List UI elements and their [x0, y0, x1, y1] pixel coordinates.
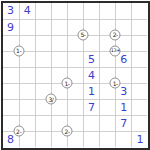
- cell-r6c1[interactable]: [3, 83, 19, 99]
- cell-r7c7[interactable]: [99, 99, 115, 115]
- mathrax-clue-label: 2-: [113, 32, 118, 38]
- given-digit-r9c9: 1: [136, 134, 143, 145]
- mathrax-clue-label: 1-: [113, 80, 118, 86]
- cell-r5c9[interactable]: [131, 67, 147, 83]
- cell-r1c1[interactable]: 3: [3, 3, 19, 19]
- cell-r2c4[interactable]: [51, 19, 67, 35]
- given-digit-r8c8: 7: [120, 118, 127, 129]
- cell-r8c8[interactable]: 7: [115, 115, 131, 131]
- mathrax-clue-label: 3/: [48, 96, 53, 102]
- cell-r7c9[interactable]: [131, 99, 147, 115]
- mathrax-clue-label: 5-: [81, 32, 86, 38]
- mathrax-clue-circle-8: 2-: [13, 126, 24, 137]
- cell-r2c9[interactable]: [131, 19, 147, 35]
- mathrax-puzzle-screen: 34956413717811-5-2-13+1-1-3/2-2-: [0, 0, 150, 150]
- mathrax-clue-circle-1: 1-: [13, 45, 24, 56]
- given-digit-r9c1: 8: [7, 134, 14, 145]
- cell-r5c1[interactable]: [3, 67, 19, 83]
- mathrax-clue-label: 13+: [111, 48, 120, 53]
- cell-r9c9[interactable]: 1: [131, 131, 147, 147]
- cell-r2c1[interactable]: 9: [3, 19, 19, 35]
- given-digit-r7c8: 1: [120, 102, 127, 113]
- mathrax-clue-circle-5: 1-: [61, 78, 72, 89]
- cell-r4c5[interactable]: [67, 51, 83, 67]
- cell-r1c9[interactable]: [131, 3, 147, 19]
- cell-r1c7[interactable]: [99, 3, 115, 19]
- cell-r9c6[interactable]: [83, 131, 99, 147]
- cell-r1c3[interactable]: [35, 3, 51, 19]
- cell-r5c3[interactable]: [35, 67, 51, 83]
- given-digit-r4c6: 5: [88, 54, 95, 65]
- cell-r3c9[interactable]: [131, 35, 147, 51]
- cell-r1c4[interactable]: [51, 3, 67, 19]
- mathrax-clue-circle-3: 2-: [110, 29, 121, 40]
- cell-r4c9[interactable]: [131, 51, 147, 67]
- mathrax-clue-label: 1-: [16, 48, 21, 54]
- cell-r4c3[interactable]: [35, 51, 51, 67]
- cell-r1c6[interactable]: [83, 3, 99, 19]
- cell-r6c9[interactable]: [131, 83, 147, 99]
- given-digit-r7c6: 7: [88, 102, 95, 113]
- cell-r4c6[interactable]: 5: [83, 51, 99, 67]
- cell-r1c8[interactable]: [115, 3, 131, 19]
- cell-r8c9[interactable]: [131, 115, 147, 131]
- cell-r8c7[interactable]: [99, 115, 115, 131]
- cell-r2c2[interactable]: [19, 19, 35, 35]
- given-digit-r2c1: 9: [7, 22, 14, 33]
- cell-r7c6[interactable]: 7: [83, 99, 99, 115]
- cell-r7c1[interactable]: [3, 99, 19, 115]
- given-digit-r1c1: 3: [7, 5, 14, 16]
- cell-r7c8[interactable]: 1: [115, 99, 131, 115]
- mathrax-clue-label: 2-: [64, 128, 69, 134]
- cell-r9c3[interactable]: [35, 131, 51, 147]
- given-digit-r1c2: 4: [24, 5, 31, 16]
- mathrax-clue-circle-2: 5-: [78, 29, 89, 40]
- cell-r5c2[interactable]: [19, 67, 35, 83]
- mathrax-clue-circle-6: 1-: [110, 78, 121, 89]
- cell-r6c6[interactable]: 1: [83, 83, 99, 99]
- given-digit-r5c6: 4: [88, 70, 95, 81]
- cell-r1c5[interactable]: [67, 3, 83, 19]
- cell-r1c2[interactable]: 4: [19, 3, 35, 19]
- cell-r4c4[interactable]: [51, 51, 67, 67]
- cell-r6c2[interactable]: [19, 83, 35, 99]
- given-digit-r6c8: 3: [120, 86, 127, 97]
- mathrax-clue-circle-7: 3/: [45, 94, 56, 105]
- cell-r3c4[interactable]: [51, 35, 67, 51]
- mathrax-clue-circle-9: 2-: [61, 126, 72, 137]
- given-digit-r4c8: 6: [120, 54, 127, 65]
- cell-r8c6[interactable]: [83, 115, 99, 131]
- given-digit-r6c6: 1: [88, 86, 95, 97]
- cell-r2c3[interactable]: [35, 19, 51, 35]
- mathrax-board: 34956413717811-5-2-13+1-1-3/2-2-: [1, 1, 150, 150]
- cell-r5c6[interactable]: 4: [83, 67, 99, 83]
- mathrax-clue-label: 2-: [16, 128, 21, 134]
- cell-r9c7[interactable]: [99, 131, 115, 147]
- mathrax-clue-circle-4: 13+: [110, 45, 121, 56]
- cell-r3c3[interactable]: [35, 35, 51, 51]
- cell-r8c3[interactable]: [35, 115, 51, 131]
- cell-r7c2[interactable]: [19, 99, 35, 115]
- cell-r9c8[interactable]: [115, 131, 131, 147]
- mathrax-clue-label: 1-: [64, 80, 69, 86]
- cell-r7c5[interactable]: [67, 99, 83, 115]
